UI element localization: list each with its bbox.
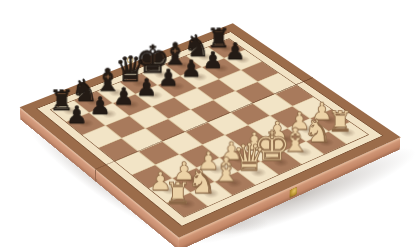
scene: ♜♟♟♜♞♟♟♞♝♟♟♝♚♟♟♚♛♟♟♛♝♟♟♝♞♟♟♞♜♟♟♜ xyxy=(0,0,420,247)
chess-board: ♜♟♟♜♞♟♟♞♝♟♟♝♚♟♟♚♛♟♟♛♝♟♟♝♞♟♟♞♜♟♟♜ xyxy=(20,23,401,237)
brass-clasp-icon xyxy=(290,186,298,197)
black-pawn: ♟ xyxy=(47,103,107,127)
white-rook: ♜ xyxy=(146,179,210,209)
fold-seam-edge xyxy=(95,169,96,182)
